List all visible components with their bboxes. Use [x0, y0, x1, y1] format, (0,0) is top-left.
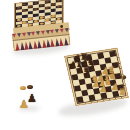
backgammon-point-dark	[17, 33, 21, 37]
backgammon-point-red	[12, 34, 16, 38]
backgammon-point-red	[60, 29, 64, 33]
backgammon-point-red	[22, 33, 26, 37]
chess-squares: ♚♜♟♝♟♞♟♛♟♟♟♛♞♟♝♚♟♟♞♟♟♜	[68, 51, 126, 103]
product-photo: ♚♜♟♝♟♞♟♛♟♟♟♛♞♟♝♚♟♟♞♟♟♜ ♟♟	[0, 0, 130, 130]
chess-board-clasp	[122, 75, 127, 79]
backgammon-point-dark	[45, 30, 49, 34]
chess-board: ♚♜♟♝♟♞♟♛♟♟♟♛♞♟♝♚♟♟♞♟♟♜	[64, 48, 129, 107]
backgammon-point-red	[41, 31, 45, 35]
loose-disc-dark	[27, 85, 33, 89]
backgammon-point-dark	[55, 29, 59, 33]
backgammon-point-dark	[36, 31, 40, 35]
backgammon-point-dark	[27, 32, 31, 36]
loose-disc-tan	[20, 86, 26, 90]
loose-pawn-tan: ♟	[19, 99, 29, 110]
backgammon-point-dark	[63, 37, 68, 45]
backgammon-point-dark	[64, 28, 68, 32]
backgammon-point-red	[31, 32, 35, 36]
backgammon-point-red	[50, 30, 54, 34]
chess-square: ♜	[118, 90, 125, 97]
